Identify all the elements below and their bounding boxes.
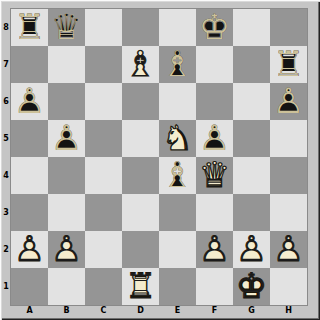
chess-diagram: ♜♖♛♕♚♔♝♗♝♗♜♖♟♙♟♙♟♙♞♘♟♙♝♗♛♕♟♙♟♙♟♙♟♙♟♙♜♖♚♔…: [0, 0, 320, 320]
piece-outline-black-pawn: ♙: [48, 120, 85, 157]
square-g2[interactable]: ♟♙: [233, 231, 270, 268]
square-a3[interactable]: [11, 194, 48, 231]
rank-label-5: 5: [1, 120, 11, 157]
piece-black-pawn: ♟: [48, 120, 85, 157]
square-e8[interactable]: [159, 9, 196, 46]
square-f5[interactable]: ♟♙: [196, 120, 233, 157]
piece-outline-black-rook: ♖: [11, 9, 48, 46]
square-d6[interactable]: [122, 83, 159, 120]
square-b4[interactable]: [48, 157, 85, 194]
piece-black-rook: ♜: [270, 46, 307, 83]
piece-white-pawn: ♟: [196, 231, 233, 268]
rank-label-4: 4: [1, 157, 11, 194]
piece-black-pawn: ♟: [270, 83, 307, 120]
square-d1[interactable]: ♜♖: [122, 268, 159, 305]
square-c3[interactable]: [85, 194, 122, 231]
piece-white-queen: ♛: [196, 157, 233, 194]
square-f6[interactable]: [196, 83, 233, 120]
square-g3[interactable]: [233, 194, 270, 231]
file-label-h: H: [270, 305, 307, 317]
piece-outline-black-king: ♔: [196, 9, 233, 46]
piece-white-rook: ♜: [122, 268, 159, 305]
piece-outline-white-pawn: ♙: [270, 231, 307, 268]
piece-outline-black-rook: ♖: [270, 46, 307, 83]
piece-white-pawn: ♟: [233, 231, 270, 268]
square-e7[interactable]: ♝♗: [159, 46, 196, 83]
rank-label-1: 1: [1, 268, 11, 305]
rank-label-8: 8: [1, 9, 11, 46]
square-a7[interactable]: [11, 46, 48, 83]
square-h5[interactable]: [270, 120, 307, 157]
square-c2[interactable]: [85, 231, 122, 268]
piece-white-knight: ♞: [159, 120, 196, 157]
square-c5[interactable]: [85, 120, 122, 157]
piece-white-pawn: ♟: [270, 231, 307, 268]
square-e5[interactable]: ♞♘: [159, 120, 196, 157]
piece-outline-white-pawn: ♙: [233, 231, 270, 268]
square-a5[interactable]: [11, 120, 48, 157]
square-g7[interactable]: [233, 46, 270, 83]
square-b8[interactable]: ♛♕: [48, 9, 85, 46]
file-label-e: E: [159, 305, 196, 317]
square-a2[interactable]: ♟♙: [11, 231, 48, 268]
square-h8[interactable]: [270, 9, 307, 46]
square-c4[interactable]: [85, 157, 122, 194]
square-e6[interactable]: [159, 83, 196, 120]
square-f7[interactable]: [196, 46, 233, 83]
square-e2[interactable]: [159, 231, 196, 268]
file-label-g: G: [233, 305, 270, 317]
piece-outline-white-pawn: ♙: [11, 231, 48, 268]
piece-outline-white-queen: ♕: [196, 157, 233, 194]
file-label-d: D: [122, 305, 159, 317]
piece-black-bishop: ♝: [159, 157, 196, 194]
rank-label-7: 7: [1, 46, 11, 83]
chess-board: ♜♖♛♕♚♔♝♗♝♗♜♖♟♙♟♙♟♙♞♘♟♙♝♗♛♕♟♙♟♙♟♙♟♙♟♙♜♖♚♔: [11, 9, 307, 305]
file-label-f: F: [196, 305, 233, 317]
square-f2[interactable]: ♟♙: [196, 231, 233, 268]
piece-white-bishop: ♝: [122, 46, 159, 83]
piece-black-pawn: ♟: [196, 120, 233, 157]
rank-label-6: 6: [1, 83, 11, 120]
piece-outline-black-queen: ♕: [48, 9, 85, 46]
square-b3[interactable]: [48, 194, 85, 231]
piece-black-king: ♚: [196, 9, 233, 46]
square-f4[interactable]: ♛♕: [196, 157, 233, 194]
square-a4[interactable]: [11, 157, 48, 194]
square-g4[interactable]: [233, 157, 270, 194]
square-e3[interactable]: [159, 194, 196, 231]
square-d4[interactable]: [122, 157, 159, 194]
piece-outline-white-pawn: ♙: [48, 231, 85, 268]
rank-label-3: 3: [1, 194, 11, 231]
square-a1[interactable]: [11, 268, 48, 305]
square-c1[interactable]: [85, 268, 122, 305]
square-c8[interactable]: [85, 9, 122, 46]
square-c7[interactable]: [85, 46, 122, 83]
square-d2[interactable]: [122, 231, 159, 268]
piece-outline-black-pawn: ♙: [196, 120, 233, 157]
square-e4[interactable]: ♝♗: [159, 157, 196, 194]
file-label-a: A: [11, 305, 48, 317]
square-a6[interactable]: ♟♙: [11, 83, 48, 120]
square-h7[interactable]: ♜♖: [270, 46, 307, 83]
piece-outline-white-rook: ♖: [122, 268, 159, 305]
square-g1[interactable]: ♚♔: [233, 268, 270, 305]
piece-black-rook: ♜: [11, 9, 48, 46]
square-d5[interactable]: [122, 120, 159, 157]
square-h4[interactable]: [270, 157, 307, 194]
square-f3[interactable]: [196, 194, 233, 231]
file-label-b: B: [48, 305, 85, 317]
file-label-c: C: [85, 305, 122, 317]
square-d7[interactable]: ♝♗: [122, 46, 159, 83]
square-e1[interactable]: [159, 268, 196, 305]
square-h2[interactable]: ♟♙: [270, 231, 307, 268]
square-h3[interactable]: [270, 194, 307, 231]
square-b1[interactable]: [48, 268, 85, 305]
piece-white-king: ♚: [233, 268, 270, 305]
square-g8[interactable]: [233, 9, 270, 46]
square-g5[interactable]: [233, 120, 270, 157]
square-h6[interactable]: ♟♙: [270, 83, 307, 120]
square-a8[interactable]: ♜♖: [11, 9, 48, 46]
piece-outline-white-bishop: ♗: [122, 46, 159, 83]
piece-outline-white-knight: ♘: [159, 120, 196, 157]
square-g6[interactable]: [233, 83, 270, 120]
piece-outline-white-pawn: ♙: [196, 231, 233, 268]
square-b7[interactable]: [48, 46, 85, 83]
piece-outline-black-pawn: ♙: [11, 83, 48, 120]
piece-black-pawn: ♟: [11, 83, 48, 120]
square-f8[interactable]: ♚♔: [196, 9, 233, 46]
square-c6[interactable]: [85, 83, 122, 120]
square-d3[interactable]: [122, 194, 159, 231]
square-h1[interactable]: [270, 268, 307, 305]
piece-outline-white-king: ♔: [233, 268, 270, 305]
square-f1[interactable]: [196, 268, 233, 305]
piece-outline-black-pawn: ♙: [270, 83, 307, 120]
square-b5[interactable]: ♟♙: [48, 120, 85, 157]
piece-outline-black-bishop: ♗: [159, 157, 196, 194]
piece-black-queen: ♛: [48, 9, 85, 46]
piece-white-pawn: ♟: [48, 231, 85, 268]
piece-outline-black-bishop: ♗: [159, 46, 196, 83]
rank-label-2: 2: [1, 231, 11, 268]
square-d8[interactable]: [122, 9, 159, 46]
piece-black-bishop: ♝: [159, 46, 196, 83]
square-b6[interactable]: [48, 83, 85, 120]
piece-white-pawn: ♟: [11, 231, 48, 268]
square-b2[interactable]: ♟♙: [48, 231, 85, 268]
